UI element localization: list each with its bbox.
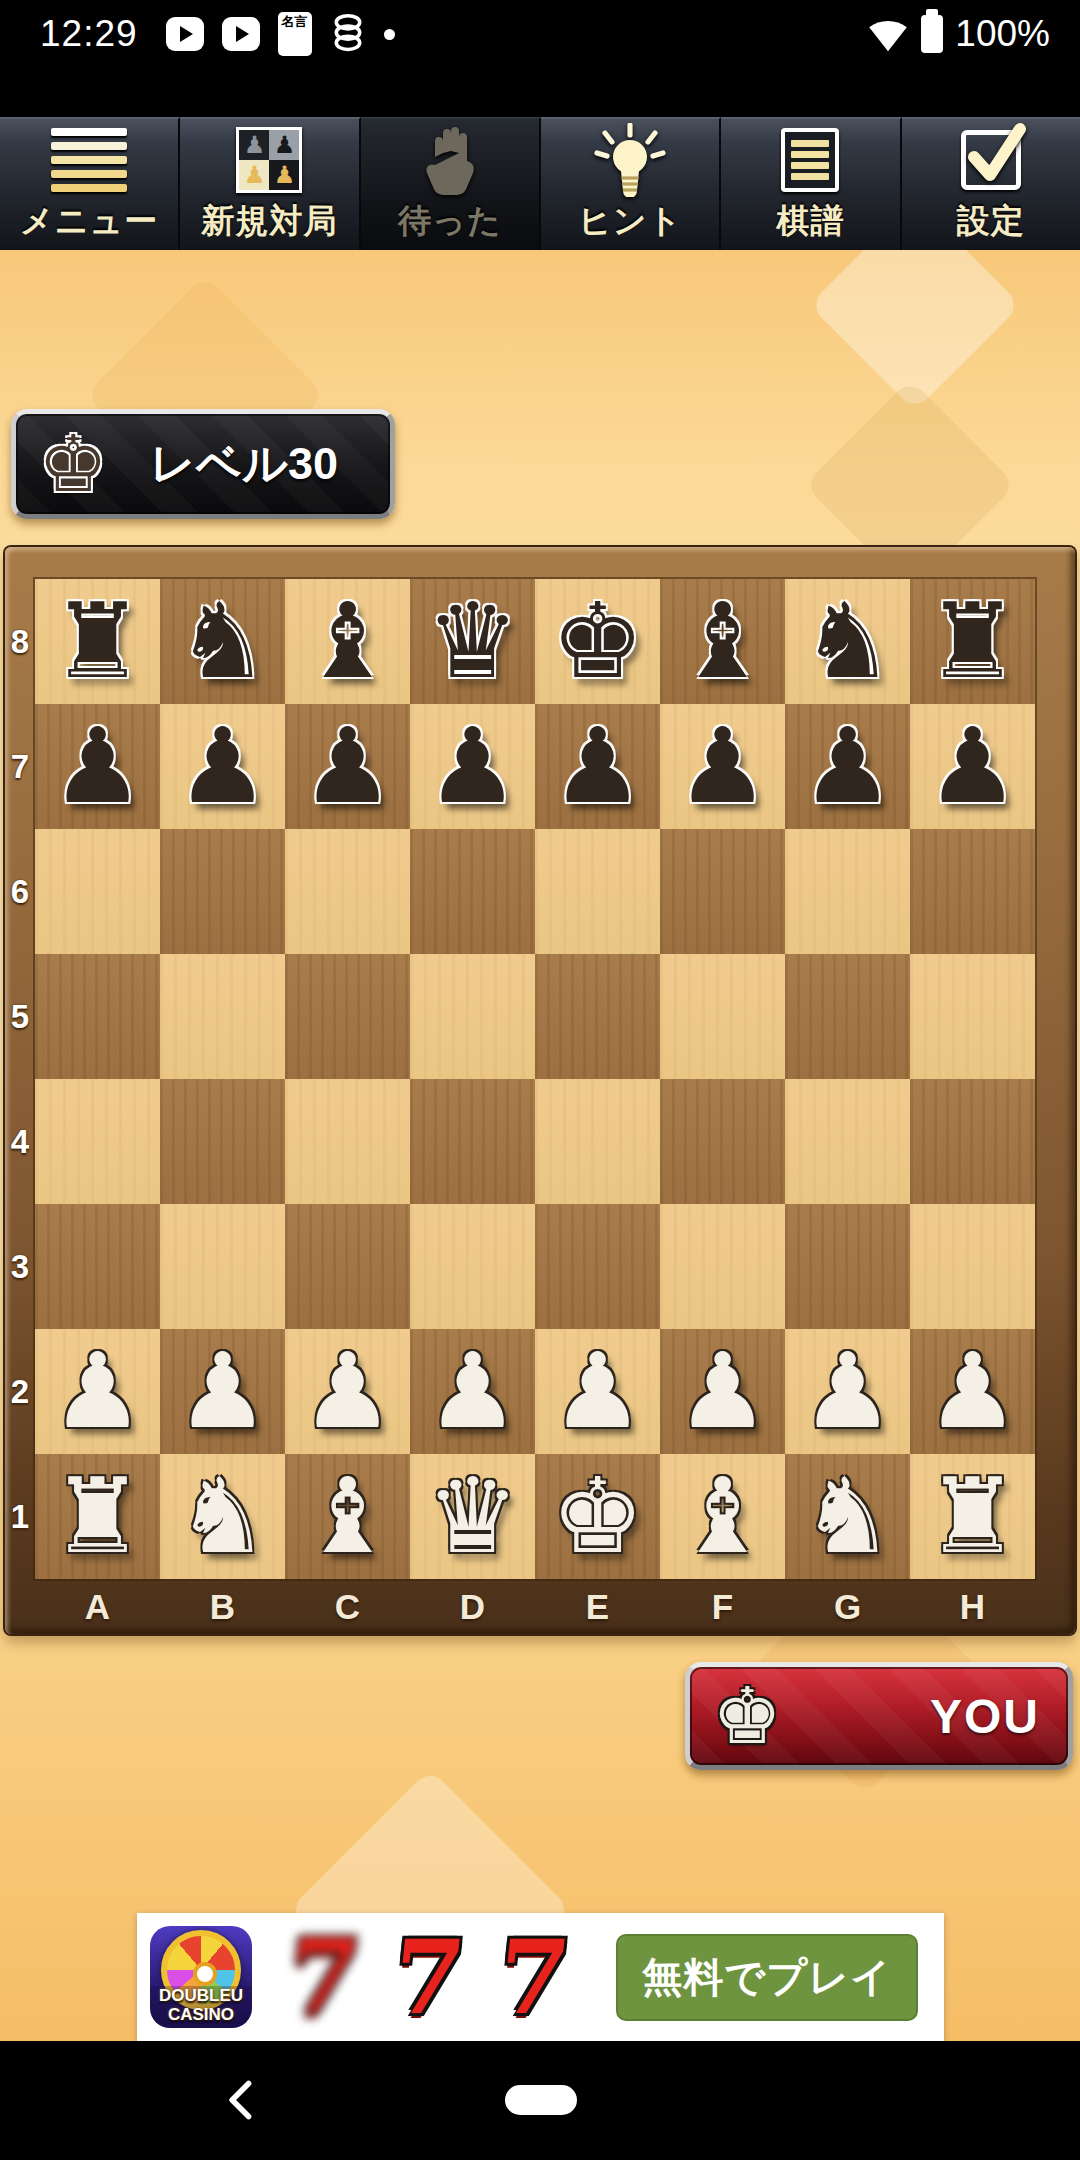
rank-label-6: 6: [5, 829, 35, 954]
clock-time: 12:29: [40, 13, 138, 55]
square-b4[interactable]: [160, 1079, 285, 1204]
menu-button[interactable]: メニュー: [0, 117, 180, 250]
square-b1[interactable]: ♞: [160, 1454, 285, 1579]
file-label-g: G: [785, 1587, 910, 1627]
square-a2[interactable]: ♟: [35, 1329, 160, 1454]
square-h7[interactable]: ♟: [910, 704, 1035, 829]
menu-icon: [51, 123, 127, 197]
rank-label-5: 5: [5, 954, 35, 1079]
square-h8[interactable]: ♜: [910, 579, 1035, 704]
square-f5[interactable]: [660, 954, 785, 1079]
white-pawn[interactable]: ♟: [426, 1329, 519, 1454]
chess-app-screen: 12:29 名言 100%: [0, 0, 1080, 2160]
record-icon: [781, 123, 839, 197]
square-a5[interactable]: [35, 954, 160, 1079]
black-pawn[interactable]: ♟: [926, 704, 1019, 829]
rank-label-1: 1: [5, 1454, 35, 1579]
black-pawn[interactable]: ♟: [426, 704, 519, 829]
square-g4[interactable]: [785, 1079, 910, 1204]
board-squares: ♜♞♝♛♚♝♞♜♟♟♟♟♟♟♟♟♟♟♟♟♟♟♟♟♜♞♝♛♚♝♞♜: [35, 579, 1035, 1579]
wifi-icon: [867, 15, 909, 53]
square-c5[interactable]: [285, 954, 410, 1079]
battery-percent: 100%: [955, 13, 1050, 55]
square-c3[interactable]: [285, 1204, 410, 1329]
ad-banner[interactable]: DOUBLEU CASINO 7 7 7 無料でプレイ: [137, 1913, 944, 2041]
file-label-d: D: [410, 1587, 535, 1627]
doubleu-casino-app-icon[interactable]: DOUBLEU CASINO: [150, 1926, 252, 2028]
square-a4[interactable]: [35, 1079, 160, 1204]
rank-label-3: 3: [5, 1204, 35, 1329]
file-label-h: H: [910, 1587, 1035, 1627]
black-king[interactable]: ♚: [551, 579, 644, 704]
square-c1[interactable]: ♝: [285, 1454, 410, 1579]
square-g8[interactable]: ♞: [785, 579, 910, 704]
file-label-f: F: [660, 1587, 785, 1627]
black-pawn[interactable]: ♟: [676, 704, 769, 829]
home-button[interactable]: [505, 2085, 577, 2115]
ad-app-name-line2: CASINO: [168, 2005, 234, 2024]
white-pawn[interactable]: ♟: [676, 1329, 769, 1454]
rank-labels: 87654321: [5, 579, 35, 1579]
white-pawn[interactable]: ♟: [301, 1329, 394, 1454]
square-g1[interactable]: ♞: [785, 1454, 910, 1579]
square-h2[interactable]: ♟: [910, 1329, 1035, 1454]
square-d6[interactable]: [410, 829, 535, 954]
black-rook[interactable]: ♜: [51, 579, 144, 704]
opponent-level-badge: ♚ レベル30: [11, 409, 395, 519]
square-c7[interactable]: ♟: [285, 704, 410, 829]
rank-label-7: 7: [5, 704, 35, 829]
square-a8[interactable]: ♜: [35, 579, 160, 704]
white-pawn[interactable]: ♟: [926, 1329, 1019, 1454]
checkbox-icon: [961, 123, 1021, 197]
black-knight[interactable]: ♞: [801, 579, 894, 704]
rank-label-8: 8: [5, 579, 35, 704]
rank-label-2: 2: [5, 1329, 35, 1454]
white-bishop[interactable]: ♝: [676, 1454, 769, 1579]
square-a6[interactable]: [35, 829, 160, 954]
square-f8[interactable]: ♝: [660, 579, 785, 704]
square-c8[interactable]: ♝: [285, 579, 410, 704]
file-label-b: B: [160, 1587, 285, 1627]
square-b6[interactable]: [160, 829, 285, 954]
square-c2[interactable]: ♟: [285, 1329, 410, 1454]
square-d1[interactable]: ♛: [410, 1454, 535, 1579]
square-h3[interactable]: [910, 1204, 1035, 1329]
square-b7[interactable]: ♟: [160, 704, 285, 829]
player-label: YOU: [930, 1689, 1040, 1744]
square-g3[interactable]: [785, 1204, 910, 1329]
square-d3[interactable]: [410, 1204, 535, 1329]
battery-icon: [921, 15, 943, 53]
file-label-a: A: [35, 1587, 160, 1627]
white-king-crown-icon: ♚: [712, 1677, 782, 1755]
square-d7[interactable]: ♟: [410, 704, 535, 829]
slot-seven-icon: 7: [493, 1926, 575, 2028]
back-button[interactable]: [222, 2077, 262, 2123]
file-label-c: C: [285, 1587, 410, 1627]
hint-button[interactable]: ヒント: [541, 117, 721, 250]
black-pawn[interactable]: ♟: [176, 704, 269, 829]
white-rook[interactable]: ♜: [51, 1454, 144, 1579]
square-d2[interactable]: ♟: [410, 1329, 535, 1454]
game-record-button[interactable]: 棋譜: [721, 117, 901, 250]
square-h6[interactable]: [910, 829, 1035, 954]
black-pawn[interactable]: ♟: [801, 704, 894, 829]
square-f1[interactable]: ♝: [660, 1454, 785, 1579]
white-king[interactable]: ♚: [551, 1454, 644, 1579]
square-d4[interactable]: [410, 1079, 535, 1204]
white-pawn[interactable]: ♟: [801, 1329, 894, 1454]
white-rook[interactable]: ♜: [926, 1454, 1019, 1579]
coins-icon: [330, 12, 366, 56]
new-game-button[interactable]: ♟♟♟♟ 新規対局: [180, 117, 360, 250]
black-pawn[interactable]: ♟: [301, 704, 394, 829]
square-d8[interactable]: ♛: [410, 579, 535, 704]
square-g7[interactable]: ♟: [785, 704, 910, 829]
ad-app-name-line1: DOUBLEU: [159, 1986, 243, 2005]
square-h5[interactable]: [910, 954, 1035, 1079]
slot-seven-icon: 7: [283, 1926, 365, 2028]
square-a7[interactable]: ♟: [35, 704, 160, 829]
square-a3[interactable]: [35, 1204, 160, 1329]
square-h1[interactable]: ♜: [910, 1454, 1035, 1579]
white-bishop[interactable]: ♝: [301, 1454, 394, 1579]
square-f3[interactable]: [660, 1204, 785, 1329]
square-e7[interactable]: ♟: [535, 704, 660, 829]
black-bishop[interactable]: ♝: [676, 579, 769, 704]
square-e1[interactable]: ♚: [535, 1454, 660, 1579]
white-pawn[interactable]: ♟: [551, 1329, 644, 1454]
player-you-badge: ♚ YOU: [685, 1662, 1073, 1770]
undo-button[interactable]: 待った: [361, 117, 541, 250]
square-e3[interactable]: [535, 1204, 660, 1329]
black-king-crown-icon: ♚: [38, 425, 108, 503]
meigen-app-notification-icon: 名言: [278, 12, 312, 56]
settings-button[interactable]: 設定: [902, 117, 1080, 250]
ad-play-free-button[interactable]: 無料でプレイ: [616, 1934, 918, 2021]
new-game-icon: ♟♟♟♟: [236, 123, 302, 197]
square-g5[interactable]: [785, 954, 910, 1079]
play-notification-icon: [222, 17, 260, 51]
square-b2[interactable]: ♟: [160, 1329, 285, 1454]
black-bishop[interactable]: ♝: [301, 579, 394, 704]
black-pawn[interactable]: ♟: [551, 704, 644, 829]
square-e4[interactable]: [535, 1079, 660, 1204]
square-f7[interactable]: ♟: [660, 704, 785, 829]
hand-icon: [419, 123, 481, 197]
square-c4[interactable]: [285, 1079, 410, 1204]
square-f6[interactable]: [660, 829, 785, 954]
toolbar: メニュー ♟♟♟♟ 新規対局 待った: [0, 117, 1080, 250]
square-b8[interactable]: ♞: [160, 579, 285, 704]
square-f2[interactable]: ♟: [660, 1329, 785, 1454]
square-c6[interactable]: [285, 829, 410, 954]
square-d5[interactable]: [410, 954, 535, 1079]
square-a1[interactable]: ♜: [35, 1454, 160, 1579]
rank-label-4: 4: [5, 1079, 35, 1204]
black-pawn[interactable]: ♟: [51, 704, 144, 829]
slot-seven-icon: 7: [388, 1926, 470, 2028]
square-b3[interactable]: [160, 1204, 285, 1329]
white-queen[interactable]: ♛: [426, 1454, 519, 1579]
black-rook[interactable]: ♜: [926, 579, 1019, 704]
square-g2[interactable]: ♟: [785, 1329, 910, 1454]
black-knight[interactable]: ♞: [176, 579, 269, 704]
white-pawn[interactable]: ♟: [176, 1329, 269, 1454]
square-e8[interactable]: ♚: [535, 579, 660, 704]
status-bar: 12:29 名言 100%: [0, 0, 1080, 117]
white-knight[interactable]: ♞: [801, 1454, 894, 1579]
lightbulb-icon: [591, 123, 669, 197]
black-queen[interactable]: ♛: [426, 579, 519, 704]
android-nav-bar: [0, 2041, 1080, 2160]
white-pawn[interactable]: ♟: [51, 1329, 144, 1454]
square-b5[interactable]: [160, 954, 285, 1079]
square-e6[interactable]: [535, 829, 660, 954]
file-label-e: E: [535, 1587, 660, 1627]
notification-dot-icon: [384, 29, 395, 40]
opponent-level-label: レベル30: [108, 434, 390, 494]
square-e2[interactable]: ♟: [535, 1329, 660, 1454]
square-f4[interactable]: [660, 1079, 785, 1204]
square-g6[interactable]: [785, 829, 910, 954]
square-e5[interactable]: [535, 954, 660, 1079]
play-notification-icon: [166, 17, 204, 51]
chess-board: 87654321 ♜♞♝♛♚♝♞♜♟♟♟♟♟♟♟♟♟♟♟♟♟♟♟♟♜♞♝♛♚♝♞…: [5, 547, 1075, 1634]
file-labels: ABCDEFGH: [35, 1579, 1035, 1634]
white-knight[interactable]: ♞: [176, 1454, 269, 1579]
square-h4[interactable]: [910, 1079, 1035, 1204]
slot-sevens: 7 7 7: [288, 1926, 569, 2028]
